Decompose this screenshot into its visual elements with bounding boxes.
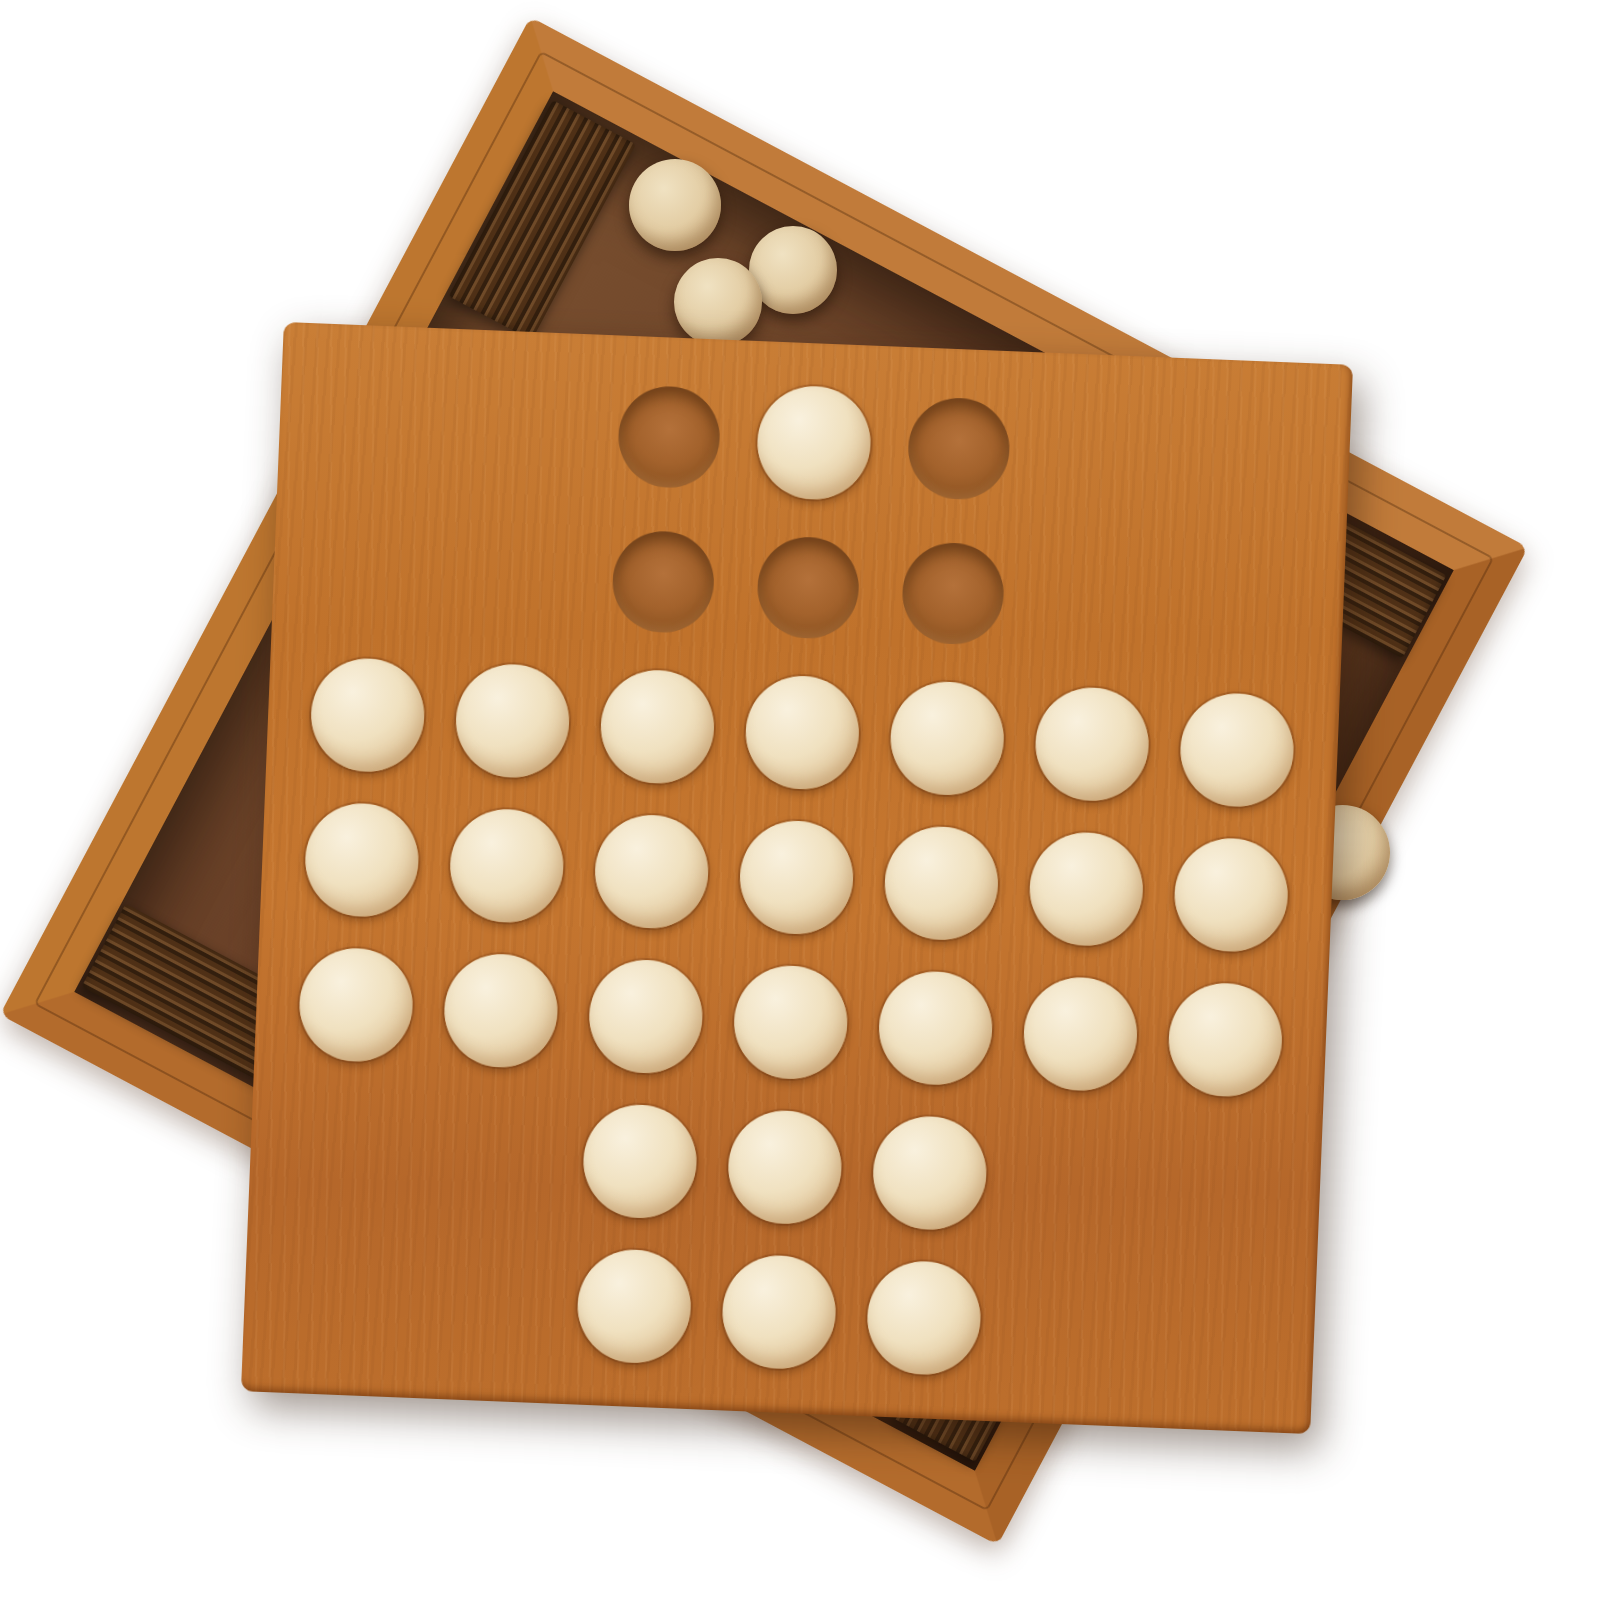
marble-r5c4[interactable] <box>732 964 849 1081</box>
board-cell-r5c6 <box>1005 959 1156 1110</box>
marble-r4c4[interactable] <box>738 819 855 936</box>
board-cell-r6c4 <box>710 1092 861 1243</box>
marble-r5c7[interactable] <box>1167 981 1284 1098</box>
product-photo-scene <box>0 0 1600 1600</box>
board-cell-r3c2 <box>437 646 588 797</box>
board-cell-r3c5 <box>872 663 1023 814</box>
board-cell-r7c1 <box>269 1219 420 1370</box>
marble-r5c1[interactable] <box>297 946 414 1063</box>
marble-r4c2[interactable] <box>448 807 565 924</box>
hole-r2c5[interactable] <box>901 541 1006 646</box>
board-cell-r4c4 <box>721 802 872 953</box>
board-cell-r6c5 <box>854 1098 1005 1249</box>
board-cell-r1c7 <box>1173 385 1324 536</box>
board-cell-r5c3 <box>570 941 721 1092</box>
marble-r4c3[interactable] <box>593 813 710 930</box>
board-cell-r7c6 <box>993 1248 1144 1399</box>
board-cell-r5c1 <box>281 930 432 1081</box>
board-cell-r2c5 <box>878 518 1029 669</box>
board-cell-r3c3 <box>582 651 733 802</box>
marble-r4c7[interactable] <box>1172 836 1289 953</box>
board-cell-r1c3 <box>594 362 745 513</box>
board-cell-r2c6 <box>1023 524 1174 675</box>
board-cell-r3c4 <box>727 657 878 808</box>
hole-r2c3[interactable] <box>611 529 716 634</box>
marble-r5c2[interactable] <box>442 952 559 1069</box>
board-grid <box>269 350 1324 1405</box>
marble-r4c5[interactable] <box>883 825 1000 942</box>
board-cell-r6c7 <box>1144 1109 1295 1260</box>
board-cell-r1c6 <box>1028 379 1179 530</box>
board-cell-r1c5 <box>884 373 1035 524</box>
board-cell-r4c5 <box>866 808 1017 959</box>
marble-r7c5[interactable] <box>865 1259 982 1376</box>
board-cell-r7c2 <box>414 1225 565 1376</box>
marble-r3c6[interactable] <box>1033 686 1150 803</box>
marble-r3c7[interactable] <box>1178 691 1295 808</box>
marble-r3c2[interactable] <box>454 662 571 779</box>
marble-r3c3[interactable] <box>599 668 716 785</box>
hole-r1c3[interactable] <box>617 385 722 490</box>
marble-r5c5[interactable] <box>877 969 994 1086</box>
board-cell-r5c2 <box>426 935 577 1086</box>
board-cell-r1c4 <box>739 367 890 518</box>
board-cell-r2c2 <box>443 501 594 652</box>
marble-r3c5[interactable] <box>889 680 1006 797</box>
board-cell-r3c1 <box>292 640 443 791</box>
board-cell-r4c1 <box>287 785 438 936</box>
marble-r1c4[interactable] <box>755 384 872 501</box>
board-cell-r6c6 <box>999 1104 1150 1255</box>
board-cell-r1c2 <box>449 356 600 507</box>
tray-marble-1[interactable] <box>629 159 721 251</box>
marble-r6c5[interactable] <box>871 1114 988 1231</box>
marble-r5c6[interactable] <box>1022 975 1139 1092</box>
marble-r3c1[interactable] <box>309 656 426 773</box>
board-cell-r6c3 <box>565 1086 716 1237</box>
board-cell-r7c7 <box>1138 1254 1289 1405</box>
tray-marble-2[interactable] <box>749 226 837 314</box>
marble-r3c4[interactable] <box>744 674 861 791</box>
board-cell-r7c4 <box>704 1237 855 1388</box>
board-cell-r7c3 <box>559 1231 710 1382</box>
board-cell-r5c7 <box>1150 964 1301 1115</box>
marble-r7c4[interactable] <box>720 1253 837 1370</box>
board-cell-r4c2 <box>431 790 582 941</box>
board-cell-r2c3 <box>588 507 739 658</box>
board-cell-r6c1 <box>275 1074 426 1225</box>
ribbed-corner-block-top-left <box>449 100 636 340</box>
board-cell-r2c4 <box>733 512 884 663</box>
marble-r6c4[interactable] <box>726 1109 843 1226</box>
board-cell-r2c7 <box>1167 530 1318 681</box>
board-cell-r5c5 <box>860 953 1011 1104</box>
board-cell-r7c5 <box>849 1243 1000 1394</box>
hole-r2c4[interactable] <box>756 535 861 640</box>
marble-r5c3[interactable] <box>587 958 704 1075</box>
board-cell-r4c6 <box>1011 814 1162 965</box>
board-cell-r4c3 <box>576 796 727 947</box>
board-cell-r1c1 <box>304 350 455 501</box>
board-cell-r2c1 <box>298 495 449 646</box>
marble-r6c3[interactable] <box>581 1103 698 1220</box>
board-cell-r3c7 <box>1162 675 1313 826</box>
board-cell-r4c7 <box>1156 820 1307 971</box>
marble-r4c1[interactable] <box>303 801 420 918</box>
marble-r7c3[interactable] <box>575 1248 692 1365</box>
board-cell-r6c2 <box>420 1080 571 1231</box>
hole-r1c5[interactable] <box>906 396 1011 501</box>
solitaire-board <box>241 322 1353 1434</box>
marble-r4c6[interactable] <box>1028 830 1145 947</box>
tray-marble-3[interactable] <box>674 258 762 346</box>
board-cell-r3c6 <box>1017 669 1168 820</box>
board-cell-r5c4 <box>715 947 866 1098</box>
